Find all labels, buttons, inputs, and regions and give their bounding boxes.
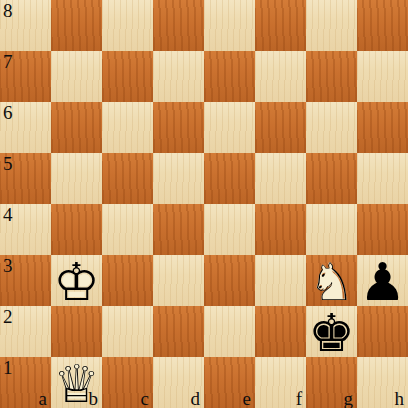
square-d1[interactable]: d	[153, 357, 204, 408]
file-label-d: d	[191, 389, 201, 408]
square-h8[interactable]	[357, 0, 408, 51]
piece-black-pawn[interactable]: ♟	[357, 255, 408, 306]
file-label-h: h	[395, 389, 405, 408]
white-knight-outline-glyph: ♘	[306, 256, 357, 307]
square-a4[interactable]: 4	[0, 204, 51, 255]
square-e3[interactable]	[204, 255, 255, 306]
square-h4[interactable]	[357, 204, 408, 255]
square-f5[interactable]	[255, 153, 306, 204]
square-h6[interactable]	[357, 102, 408, 153]
square-b7[interactable]	[51, 51, 102, 102]
square-c2[interactable]	[102, 306, 153, 357]
rank-label-7: 7	[3, 52, 13, 71]
square-g4[interactable]	[306, 204, 357, 255]
square-a2[interactable]: 2	[0, 306, 51, 357]
square-a6[interactable]: 6	[0, 102, 51, 153]
square-h1[interactable]: h	[357, 357, 408, 408]
white-king-outline-glyph: ♔	[51, 256, 102, 307]
square-a1[interactable]: 1a	[0, 357, 51, 408]
black-king-glyph: ♚	[306, 307, 357, 358]
square-f4[interactable]	[255, 204, 306, 255]
square-b8[interactable]	[51, 0, 102, 51]
square-a5[interactable]: 5	[0, 153, 51, 204]
square-f7[interactable]	[255, 51, 306, 102]
square-g3[interactable]: ♞♘	[306, 255, 357, 306]
square-a8[interactable]: 8	[0, 0, 51, 51]
file-label-g: g	[344, 389, 354, 408]
rank-label-6: 6	[3, 103, 13, 122]
square-b6[interactable]	[51, 102, 102, 153]
square-d6[interactable]	[153, 102, 204, 153]
rank-label-8: 8	[3, 1, 13, 20]
square-f6[interactable]	[255, 102, 306, 153]
square-d2[interactable]	[153, 306, 204, 357]
chess-board: 876543♚♔♞♘♟2♚1ab♛♕cdefgh	[0, 0, 408, 408]
square-b1[interactable]: b♛♕	[51, 357, 102, 408]
rank-label-4: 4	[3, 205, 13, 224]
rank-label-5: 5	[3, 154, 13, 173]
square-a7[interactable]: 7	[0, 51, 51, 102]
piece-white-knight[interactable]: ♞♘	[306, 255, 357, 306]
square-c1[interactable]: c	[102, 357, 153, 408]
square-e7[interactable]	[204, 51, 255, 102]
square-e1[interactable]: e	[204, 357, 255, 408]
square-f1[interactable]: f	[255, 357, 306, 408]
square-c6[interactable]	[102, 102, 153, 153]
square-b5[interactable]	[51, 153, 102, 204]
square-d8[interactable]	[153, 0, 204, 51]
square-c8[interactable]	[102, 0, 153, 51]
square-e6[interactable]	[204, 102, 255, 153]
square-b4[interactable]	[51, 204, 102, 255]
square-b2[interactable]	[51, 306, 102, 357]
piece-white-queen[interactable]: ♛♕	[51, 357, 102, 408]
square-h3[interactable]: ♟	[357, 255, 408, 306]
square-c4[interactable]	[102, 204, 153, 255]
square-g7[interactable]	[306, 51, 357, 102]
black-pawn-glyph: ♟	[357, 256, 408, 307]
square-c3[interactable]	[102, 255, 153, 306]
piece-black-king[interactable]: ♚	[306, 306, 357, 357]
square-h5[interactable]	[357, 153, 408, 204]
piece-white-king[interactable]: ♚♔	[51, 255, 102, 306]
square-g2[interactable]: ♚	[306, 306, 357, 357]
white-queen-outline-glyph: ♕	[51, 358, 102, 408]
file-label-a: a	[39, 389, 47, 408]
square-b3[interactable]: ♚♔	[51, 255, 102, 306]
square-d4[interactable]	[153, 204, 204, 255]
square-g1[interactable]: g	[306, 357, 357, 408]
file-label-f: f	[296, 389, 302, 408]
square-d3[interactable]	[153, 255, 204, 306]
square-g8[interactable]	[306, 0, 357, 51]
square-e4[interactable]	[204, 204, 255, 255]
square-d5[interactable]	[153, 153, 204, 204]
square-e5[interactable]	[204, 153, 255, 204]
square-g5[interactable]	[306, 153, 357, 204]
square-f2[interactable]	[255, 306, 306, 357]
square-h7[interactable]	[357, 51, 408, 102]
square-e8[interactable]	[204, 0, 255, 51]
square-c7[interactable]	[102, 51, 153, 102]
square-g6[interactable]	[306, 102, 357, 153]
file-label-c: c	[141, 389, 149, 408]
square-d7[interactable]	[153, 51, 204, 102]
rank-label-1: 1	[3, 358, 13, 377]
rank-label-2: 2	[3, 307, 13, 326]
square-f8[interactable]	[255, 0, 306, 51]
square-c5[interactable]	[102, 153, 153, 204]
square-h2[interactable]	[357, 306, 408, 357]
square-a3[interactable]: 3	[0, 255, 51, 306]
file-label-e: e	[243, 389, 251, 408]
rank-label-3: 3	[3, 256, 13, 275]
square-f3[interactable]	[255, 255, 306, 306]
square-e2[interactable]	[204, 306, 255, 357]
